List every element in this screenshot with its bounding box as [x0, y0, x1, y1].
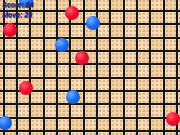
board-cell[interactable] — [151, 52, 162, 63]
board-cell[interactable] — [5, 12, 16, 23]
board-cell[interactable] — [98, 65, 109, 76]
board-cell[interactable] — [125, 25, 136, 36]
board-cell[interactable] — [151, 92, 162, 103]
board-cell[interactable] — [71, 39, 82, 50]
board-cell[interactable] — [58, 132, 69, 135]
board-cell[interactable] — [125, 105, 136, 116]
board-cell[interactable] — [98, 79, 109, 90]
board-cell[interactable] — [85, 79, 96, 90]
board-cell[interactable] — [165, 52, 176, 63]
board-cell[interactable] — [125, 119, 136, 130]
game-screen: Score: 64 Move: 25 — [0, 0, 180, 135]
board-cell[interactable] — [151, 105, 162, 116]
board-cell[interactable] — [45, 119, 56, 130]
board-cell[interactable] — [178, 0, 180, 10]
board-cell[interactable] — [5, 105, 16, 116]
board-cell[interactable] — [165, 39, 176, 50]
board-cell[interactable] — [18, 105, 29, 116]
board-cell[interactable] — [125, 0, 136, 10]
board-cell[interactable] — [151, 132, 162, 135]
board-cell[interactable] — [111, 25, 122, 36]
board-cell[interactable] — [71, 105, 82, 116]
board-cell[interactable] — [5, 65, 16, 76]
board-cell[interactable] — [0, 132, 3, 135]
board-cell[interactable] — [138, 52, 149, 63]
board-cell[interactable] — [31, 105, 42, 116]
board-cell[interactable] — [18, 39, 29, 50]
board-cell[interactable] — [151, 25, 162, 36]
board-cell[interactable] — [0, 105, 3, 116]
board-cell[interactable] — [138, 25, 149, 36]
board-cell[interactable] — [165, 79, 176, 90]
board-cell[interactable] — [31, 0, 42, 10]
board-cell[interactable] — [138, 65, 149, 76]
board-cell[interactable] — [165, 0, 176, 10]
board-cell[interactable] — [125, 52, 136, 63]
blue-ball[interactable] — [86, 16, 100, 30]
board-cell[interactable] — [98, 119, 109, 130]
board-cell[interactable] — [178, 52, 180, 63]
board-cell[interactable] — [165, 92, 176, 103]
board-cell[interactable] — [71, 65, 82, 76]
board-cell[interactable] — [5, 132, 16, 135]
blue-ball[interactable] — [55, 38, 69, 52]
board-cell[interactable] — [138, 0, 149, 10]
board-cell[interactable] — [178, 65, 180, 76]
board-cell[interactable] — [45, 65, 56, 76]
board-cell[interactable] — [45, 25, 56, 36]
board-cell[interactable] — [31, 79, 42, 90]
board-cell[interactable] — [71, 25, 82, 36]
board-cell[interactable] — [138, 105, 149, 116]
board-cell[interactable] — [111, 79, 122, 90]
board-cell[interactable] — [85, 119, 96, 130]
board-cell[interactable] — [165, 25, 176, 36]
board-cell[interactable] — [111, 119, 122, 130]
board-cell[interactable] — [71, 132, 82, 135]
board-cell[interactable] — [45, 0, 56, 10]
board-cell[interactable] — [0, 92, 3, 103]
board-cell[interactable] — [31, 119, 42, 130]
board-cell[interactable] — [111, 65, 122, 76]
board-cell[interactable] — [138, 39, 149, 50]
board-cell[interactable] — [178, 79, 180, 90]
board-cell[interactable] — [58, 105, 69, 116]
board-cell[interactable] — [58, 52, 69, 63]
board-cell[interactable] — [138, 12, 149, 23]
board-cell[interactable] — [178, 92, 180, 103]
board-cell[interactable] — [138, 119, 149, 130]
board-cell[interactable] — [31, 92, 42, 103]
board-cell[interactable] — [151, 119, 162, 130]
board-cell[interactable] — [85, 0, 96, 10]
board-cell[interactable] — [165, 132, 176, 135]
board-cell[interactable] — [98, 39, 109, 50]
red-ball[interactable] — [19, 81, 33, 95]
board-cell[interactable] — [165, 65, 176, 76]
board-cell[interactable] — [151, 79, 162, 90]
board-cell[interactable] — [178, 25, 180, 36]
board-cell[interactable] — [18, 132, 29, 135]
board-cell[interactable] — [0, 39, 3, 50]
board-cell[interactable] — [45, 105, 56, 116]
board-cell[interactable] — [138, 92, 149, 103]
board-cell[interactable] — [5, 92, 16, 103]
board-cell[interactable] — [58, 65, 69, 76]
board-cell[interactable] — [111, 105, 122, 116]
board-cell[interactable] — [178, 132, 180, 135]
board-cell[interactable] — [178, 12, 180, 23]
board-cell[interactable] — [18, 25, 29, 36]
board-cell[interactable] — [5, 39, 16, 50]
board-cell[interactable] — [45, 79, 56, 90]
board-cell[interactable] — [0, 12, 3, 23]
board-cell[interactable] — [98, 92, 109, 103]
board-cell[interactable] — [31, 39, 42, 50]
red-ball[interactable] — [65, 6, 79, 20]
board-cell[interactable] — [71, 79, 82, 90]
board-cell[interactable] — [125, 132, 136, 135]
board-cell[interactable] — [98, 0, 109, 10]
board-cell[interactable] — [98, 25, 109, 36]
board-cell[interactable] — [111, 52, 122, 63]
board-cell[interactable] — [18, 119, 29, 130]
board-cell[interactable] — [58, 25, 69, 36]
board-cell[interactable] — [111, 0, 122, 10]
board-cell[interactable] — [45, 52, 56, 63]
board-cell[interactable] — [111, 132, 122, 135]
board-cell[interactable] — [45, 132, 56, 135]
board-cell[interactable] — [125, 92, 136, 103]
board-cell[interactable] — [5, 79, 16, 90]
board-cell[interactable] — [111, 12, 122, 23]
board-cell[interactable] — [125, 39, 136, 50]
board-cell[interactable] — [138, 132, 149, 135]
board-cell[interactable] — [0, 0, 3, 10]
board-cell[interactable] — [125, 79, 136, 90]
board-cell[interactable] — [151, 12, 162, 23]
board-cell[interactable] — [5, 0, 16, 10]
red-ball[interactable] — [3, 23, 17, 37]
board-cell[interactable] — [5, 52, 16, 63]
board-cell[interactable] — [85, 65, 96, 76]
board-cell[interactable] — [138, 79, 149, 90]
board-cell[interactable] — [151, 39, 162, 50]
board-cell[interactable] — [18, 12, 29, 23]
board-cell[interactable] — [85, 105, 96, 116]
board-cell[interactable] — [0, 65, 3, 76]
board-cell[interactable] — [85, 39, 96, 50]
board-cell[interactable] — [98, 105, 109, 116]
board-cell[interactable] — [31, 12, 42, 23]
board-cell[interactable] — [45, 92, 56, 103]
board-cell[interactable] — [111, 92, 122, 103]
board-cell[interactable] — [85, 132, 96, 135]
board-cell[interactable] — [18, 52, 29, 63]
board-cell[interactable] — [58, 79, 69, 90]
board-cell[interactable] — [31, 25, 42, 36]
blue-ball[interactable] — [66, 90, 80, 104]
board-cell[interactable] — [18, 65, 29, 76]
board-cell[interactable] — [31, 52, 42, 63]
red-ball[interactable] — [75, 51, 89, 65]
board-cell[interactable] — [0, 52, 3, 63]
board-cell[interactable] — [165, 12, 176, 23]
board-cell[interactable] — [0, 79, 3, 90]
board-cell[interactable] — [71, 119, 82, 130]
board-cell[interactable] — [58, 119, 69, 130]
board-cell[interactable] — [111, 39, 122, 50]
board-cell[interactable] — [31, 132, 42, 135]
board-cell[interactable] — [151, 65, 162, 76]
board-cell[interactable] — [85, 92, 96, 103]
red-ball[interactable] — [166, 112, 180, 126]
board-cell[interactable] — [125, 65, 136, 76]
board-cell[interactable] — [125, 12, 136, 23]
board-cell[interactable] — [178, 39, 180, 50]
board-cell[interactable] — [31, 65, 42, 76]
board-cell[interactable] — [98, 132, 109, 135]
board-cell[interactable] — [45, 12, 56, 23]
board-cell[interactable] — [151, 0, 162, 10]
board-cell[interactable] — [98, 52, 109, 63]
